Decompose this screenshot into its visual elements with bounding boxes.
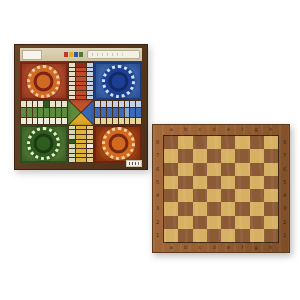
chess-square-a5 <box>164 176 178 189</box>
red-home-quadrant <box>20 62 68 100</box>
track-cell <box>56 101 61 107</box>
chess-square-h6 <box>264 163 278 176</box>
product-photo-scene: abcdefgh abcdefgh 87654321 87654321 <box>0 0 300 300</box>
yellow-square-logo <box>69 52 73 57</box>
track-cell <box>69 86 76 90</box>
chess-square-b5 <box>178 176 192 189</box>
chess-square-g7 <box>250 149 264 162</box>
chess-square-d7 <box>207 149 221 162</box>
track-cell <box>107 101 112 107</box>
chess-square-a4 <box>164 189 178 202</box>
chess-square-h7 <box>264 149 278 162</box>
track-cell <box>27 101 32 107</box>
track-cell <box>87 154 94 158</box>
track-cell <box>87 63 94 67</box>
coord-label: 2 <box>156 220 159 225</box>
chess-square-c3 <box>193 202 207 215</box>
chess-square-a7 <box>164 149 178 162</box>
orange-rosette-icon <box>102 127 135 160</box>
track-cell <box>62 101 67 107</box>
publisher-logos <box>64 52 83 57</box>
chess-square-c6 <box>193 163 207 176</box>
track-cell <box>87 72 94 76</box>
track-cell <box>44 118 49 124</box>
coord-label: 4 <box>156 193 159 198</box>
track-cell <box>76 63 86 67</box>
track-cell <box>87 140 94 144</box>
chess-square-f7 <box>235 149 249 162</box>
blue-home-quadrant <box>94 62 142 100</box>
track-cell <box>50 108 55 117</box>
track-cell <box>101 108 106 117</box>
track-left-arm <box>20 100 68 124</box>
chess-square-a1 <box>164 229 178 242</box>
chess-square-f3 <box>235 202 249 215</box>
chess-square-h3 <box>264 202 278 215</box>
chess-square-e4 <box>221 189 235 202</box>
track-cell <box>136 118 141 124</box>
coord-label: 5 <box>156 180 159 185</box>
coord-label: d <box>213 245 216 250</box>
track-cell <box>38 118 43 124</box>
track-bottom-arm <box>68 125 95 163</box>
track-cell <box>44 108 49 117</box>
track-cell <box>69 135 76 139</box>
track-cell <box>69 149 76 153</box>
track-cell <box>69 68 76 72</box>
chess-square-f2 <box>235 216 249 229</box>
chess-square-g4 <box>250 189 264 202</box>
track-top-arm <box>68 62 95 100</box>
track-cell <box>87 144 94 148</box>
chess-square-a3 <box>164 202 178 215</box>
coord-label: e <box>227 245 230 250</box>
chess-square-d1 <box>207 229 221 242</box>
track-cell <box>107 108 112 117</box>
track-cell <box>38 101 43 107</box>
coord-label: b <box>184 127 187 132</box>
track-cell <box>50 118 55 124</box>
track-cell <box>87 130 94 134</box>
track-cell <box>76 77 86 81</box>
file-labels-bottom: abcdefgh <box>164 244 278 251</box>
coord-label: e <box>227 127 230 132</box>
coord-label: 8 <box>156 140 159 145</box>
coord-label: f <box>242 245 244 250</box>
track-cell <box>76 149 86 153</box>
chess-square-d8 <box>207 136 221 149</box>
chess-square-h8 <box>264 136 278 149</box>
track-cell <box>69 140 76 144</box>
chess-square-c2 <box>193 216 207 229</box>
track-cell <box>69 130 76 134</box>
chess-square-d2 <box>207 216 221 229</box>
track-cell <box>21 118 26 124</box>
chess-square-g8 <box>250 136 264 149</box>
chess-square-e6 <box>221 163 235 176</box>
coord-label: g <box>255 127 258 132</box>
chess-square-h1 <box>264 229 278 242</box>
coord-label: c <box>199 245 202 250</box>
chess-square-c4 <box>193 189 207 202</box>
chess-square-c8 <box>193 136 207 149</box>
rank-labels-left: 87654321 <box>154 136 161 242</box>
chess-square-d6 <box>207 163 221 176</box>
blue-rosette-icon <box>102 65 135 98</box>
track-cell <box>87 77 94 81</box>
track-cell <box>76 82 86 86</box>
track-cell <box>27 118 32 124</box>
track-cell <box>130 108 135 117</box>
barcode-sticker-icon <box>126 160 142 167</box>
track-cell <box>101 101 106 107</box>
chess-square-c5 <box>193 176 207 189</box>
track-cell <box>76 72 86 76</box>
center-goal-triangles <box>68 100 95 124</box>
track-cell <box>76 135 86 139</box>
track-cell <box>87 91 94 95</box>
track-cell <box>76 144 86 148</box>
chess-square-a2 <box>164 216 178 229</box>
track-cell <box>69 63 76 67</box>
track-cell <box>125 101 130 107</box>
track-cell <box>33 118 38 124</box>
coord-label: 5 <box>283 180 286 185</box>
track-cell <box>136 108 141 117</box>
track-cell <box>119 118 124 124</box>
track-cell <box>95 118 100 124</box>
track-cell <box>69 82 76 86</box>
chess-square-f1 <box>235 229 249 242</box>
chess-square-b6 <box>178 163 192 176</box>
track-right-arm <box>94 100 142 124</box>
track-cell <box>69 158 76 162</box>
track-cell <box>87 82 94 86</box>
track-cell <box>87 86 94 90</box>
track-cell <box>125 108 130 117</box>
track-cell <box>76 96 86 100</box>
coord-label: c <box>199 127 202 132</box>
chess-square-e2 <box>221 216 235 229</box>
track-cell <box>87 149 94 153</box>
coord-label: 1 <box>283 233 286 238</box>
red-square-logo <box>64 52 68 57</box>
track-cell <box>50 101 55 107</box>
chess-square-b3 <box>178 202 192 215</box>
chess-square-e8 <box>221 136 235 149</box>
sticker-label-icon <box>22 50 42 60</box>
chess-square-d5 <box>207 176 221 189</box>
track-cell <box>113 108 118 117</box>
chess-square-h2 <box>264 216 278 229</box>
chess-square-f8 <box>235 136 249 149</box>
track-cell <box>107 118 112 124</box>
coord-label: 6 <box>156 167 159 172</box>
track-cell <box>38 108 43 117</box>
track-cell <box>44 101 49 107</box>
track-cell <box>69 77 76 81</box>
orange-home-quadrant <box>94 125 142 163</box>
track-cell <box>69 126 76 130</box>
parchis-play-area <box>20 62 142 163</box>
track-cell <box>87 158 94 162</box>
chess-square-e5 <box>221 176 235 189</box>
track-cell <box>136 101 141 107</box>
track-cell <box>33 101 38 107</box>
track-cell <box>62 118 67 124</box>
track-cell <box>87 126 94 130</box>
chess-square-g3 <box>250 202 264 215</box>
chess-square-e7 <box>221 149 235 162</box>
coord-label: d <box>213 127 216 132</box>
track-cell <box>95 108 100 117</box>
track-cell <box>87 96 94 100</box>
track-cell <box>119 101 124 107</box>
chess-square-b1 <box>178 229 192 242</box>
track-cell <box>33 108 38 117</box>
track-cell <box>76 68 86 72</box>
chess-square-h5 <box>264 176 278 189</box>
chess-square-b4 <box>178 189 192 202</box>
blue-square-logo <box>74 52 78 57</box>
chess-square-g1 <box>250 229 264 242</box>
chess-square-g6 <box>250 163 264 176</box>
track-cell <box>130 101 135 107</box>
track-cell <box>56 118 61 124</box>
title-strip-icon <box>87 50 140 59</box>
track-cell <box>95 101 100 107</box>
coord-label: a <box>170 245 173 250</box>
chess-square-c7 <box>193 149 207 162</box>
coord-label: a <box>170 127 173 132</box>
coord-label: 7 <box>156 153 159 158</box>
parchis-header-strip <box>20 48 142 61</box>
track-cell <box>21 108 26 117</box>
chess-square-g5 <box>250 176 264 189</box>
track-cell <box>69 144 76 148</box>
track-cell <box>69 154 76 158</box>
track-cell <box>76 158 86 162</box>
coord-label: 6 <box>283 167 286 172</box>
green-square-logo <box>79 52 83 57</box>
track-cell <box>76 91 86 95</box>
coord-label: 4 <box>283 193 286 198</box>
track-cell <box>62 108 67 117</box>
track-cell <box>76 86 86 90</box>
chess-square-e3 <box>221 202 235 215</box>
coord-label: 7 <box>283 153 286 158</box>
track-cell <box>76 130 86 134</box>
track-cell <box>69 96 76 100</box>
chess-square-d3 <box>207 202 221 215</box>
coord-label: 8 <box>283 140 286 145</box>
track-cell <box>119 108 124 117</box>
track-cell <box>76 154 86 158</box>
coord-label: b <box>184 245 187 250</box>
chess-squares <box>163 135 279 243</box>
track-cell <box>125 118 130 124</box>
track-cell <box>113 101 118 107</box>
track-cell <box>76 126 86 130</box>
coord-label: h <box>269 127 272 132</box>
coord-label: f <box>242 127 244 132</box>
track-cell <box>69 72 76 76</box>
chess-square-g2 <box>250 216 264 229</box>
red-rosette-icon <box>27 65 60 98</box>
track-cell <box>101 118 106 124</box>
file-labels-top: abcdefgh <box>164 126 278 133</box>
chess-square-f4 <box>235 189 249 202</box>
chess-square-d4 <box>207 189 221 202</box>
coord-label: 3 <box>156 206 159 211</box>
green-rosette-icon <box>27 127 60 160</box>
coord-label: h <box>269 245 272 250</box>
chess-square-f6 <box>235 163 249 176</box>
chess-square-b7 <box>178 149 192 162</box>
coord-label: 2 <box>283 220 286 225</box>
chess-square-a6 <box>164 163 178 176</box>
chess-square-h4 <box>264 189 278 202</box>
chess-square-e1 <box>221 229 235 242</box>
chess-square-b8 <box>178 136 192 149</box>
track-cell <box>56 108 61 117</box>
chess-square-f5 <box>235 176 249 189</box>
track-cell <box>87 68 94 72</box>
chess-square-a8 <box>164 136 178 149</box>
coord-label: 3 <box>283 206 286 211</box>
track-cell <box>130 118 135 124</box>
coord-label: g <box>255 245 258 250</box>
parchis-board <box>14 44 148 170</box>
green-home-quadrant <box>20 125 68 163</box>
track-cell <box>87 135 94 139</box>
track-cell <box>27 108 32 117</box>
rank-labels-right: 87654321 <box>281 136 288 242</box>
track-cell <box>21 101 26 107</box>
track-cell <box>76 140 86 144</box>
chess-square-b2 <box>178 216 192 229</box>
chess-board: abcdefgh abcdefgh 87654321 87654321 <box>152 124 290 253</box>
coord-label: 1 <box>156 233 159 238</box>
track-cell <box>69 91 76 95</box>
track-cell <box>113 118 118 124</box>
chess-square-c1 <box>193 229 207 242</box>
